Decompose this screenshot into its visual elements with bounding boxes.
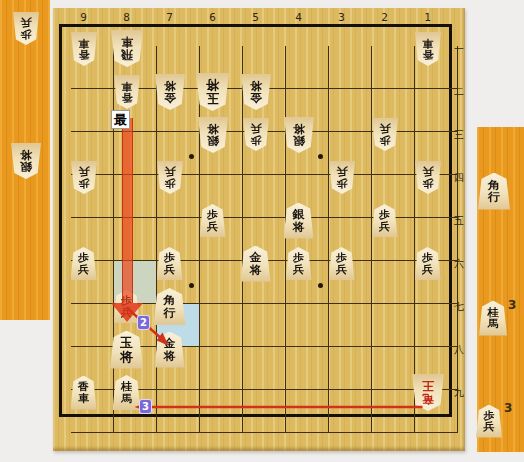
square-6-6[interactable] (200, 261, 243, 304)
square-2-8[interactable] (372, 347, 415, 390)
piece-sente-桂馬[interactable]: 桂馬 (479, 301, 507, 336)
square-5-7[interactable] (243, 304, 286, 347)
hand-count-歩兵: 3 (504, 401, 512, 415)
file-label-3: 3 (320, 9, 363, 26)
best-move-arrow-body (122, 118, 133, 303)
square-3-7[interactable] (329, 304, 372, 347)
square-3-1[interactable] (329, 46, 372, 89)
rank-label-6: 六 (452, 242, 466, 285)
square-2-6[interactable] (372, 261, 415, 304)
square-9-7[interactable] (71, 304, 114, 347)
square-8-5[interactable] (114, 218, 157, 261)
square-8-3[interactable] (114, 132, 157, 175)
piece-gote-金将[interactable]: 金将 (155, 74, 185, 110)
rank-label-3: 三 (452, 113, 466, 156)
rank-label-4: 四 (452, 156, 466, 199)
file-label-2: 2 (363, 9, 406, 26)
rank-label-2: 二 (452, 70, 466, 113)
square-5-9[interactable] (243, 390, 286, 433)
square-3-9[interactable] (329, 390, 372, 433)
piece-gote-香車[interactable]: 香車 (114, 75, 140, 109)
piece-gote-歩兵[interactable]: 歩兵 (13, 12, 39, 45)
file-label-7: 7 (148, 9, 191, 26)
rank-label-9: 九 (452, 371, 466, 414)
square-7-9[interactable] (157, 390, 200, 433)
square-5-4[interactable] (243, 175, 286, 218)
square-3-2[interactable] (329, 89, 372, 132)
file-label-6: 6 (191, 9, 234, 26)
square-8-4[interactable] (114, 175, 157, 218)
file-label-5: 5 (234, 9, 277, 26)
piece-sente-角行[interactable]: 角行 (478, 173, 510, 210)
annotation-label-3: 3 (139, 399, 152, 414)
square-9-2[interactable] (71, 89, 114, 132)
square-4-9[interactable] (286, 390, 329, 433)
piece-sente-歩兵[interactable]: 歩兵 (476, 405, 502, 438)
piece-gote-香車[interactable]: 香車 (71, 32, 97, 66)
annotation-label-best: 最 (111, 110, 130, 129)
rank-label-7: 七 (452, 285, 466, 328)
square-4-1[interactable] (286, 46, 329, 89)
square-6-7[interactable] (200, 304, 243, 347)
star-point (189, 283, 194, 288)
star-point (189, 154, 194, 159)
piece-gote-金将[interactable]: 金将 (241, 74, 271, 110)
square-6-8[interactable] (200, 347, 243, 390)
rank-label-1: 一 (452, 27, 466, 70)
sente-captured-tray: 角行桂馬3歩兵3 (477, 127, 524, 452)
annotation-label-2: 2 (137, 315, 150, 330)
shogi-analysis-screen: 歩兵銀将 角行桂馬3歩兵3 987654321一二三四五六七八九香車飛車香車香車… (0, 0, 524, 462)
file-label-1: 1 (406, 9, 449, 26)
square-6-9[interactable] (200, 390, 243, 433)
rank-label-5: 五 (452, 199, 466, 242)
rank-label-8: 八 (452, 328, 466, 371)
piece-gote-玉将[interactable]: 玉将 (196, 73, 229, 111)
star-point (318, 283, 323, 288)
piece-gote-香車[interactable]: 香車 (415, 32, 441, 66)
file-label-9: 9 (62, 9, 105, 26)
square-2-7[interactable] (372, 304, 415, 347)
file-label-8: 8 (105, 9, 148, 26)
gote-captured-tray: 歩兵銀将 (0, 0, 50, 320)
square-3-8[interactable] (329, 347, 372, 390)
square-4-7[interactable] (286, 304, 329, 347)
square-5-8[interactable] (243, 347, 286, 390)
square-2-9[interactable] (372, 390, 415, 433)
file-label-4: 4 (277, 9, 320, 26)
piece-gote-銀将[interactable]: 銀将 (284, 117, 314, 153)
square-2-1[interactable] (372, 46, 415, 89)
star-point (318, 154, 323, 159)
piece-gote-銀将[interactable]: 銀将 (11, 143, 41, 179)
square-4-8[interactable] (286, 347, 329, 390)
shogi-board: 987654321一二三四五六七八九香車飛車香車香車金将玉将金将銀将歩兵銀将歩兵… (53, 8, 465, 451)
piece-gote-銀将[interactable]: 銀将 (198, 117, 228, 153)
hand-count-桂馬: 3 (508, 298, 516, 312)
